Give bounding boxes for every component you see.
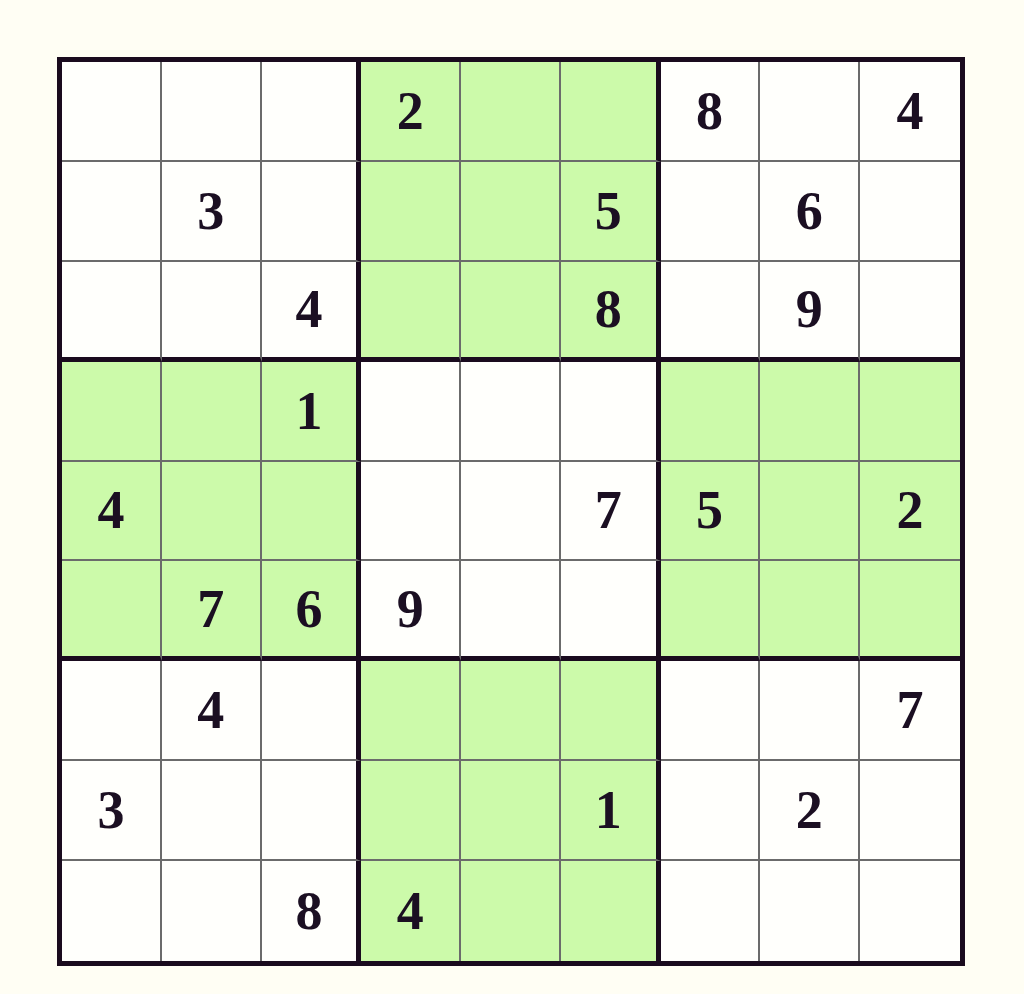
cell-r6c9[interactable] (860, 561, 960, 661)
cell-r8c8: 2 (760, 761, 860, 861)
cell-r9c7[interactable] (661, 861, 761, 961)
cell-r7c4[interactable] (361, 661, 461, 761)
cell-r7c5[interactable] (461, 661, 561, 761)
cell-r5c1: 4 (62, 462, 162, 562)
cell-r6c2: 7 (162, 561, 262, 661)
cell-r7c3[interactable] (262, 661, 362, 761)
cell-r4c4[interactable] (361, 362, 461, 462)
cell-r8c3[interactable] (262, 761, 362, 861)
cell-r9c6[interactable] (561, 861, 661, 961)
cell-r4c5[interactable] (461, 362, 561, 462)
cell-r3c9[interactable] (860, 262, 960, 362)
cell-r3c7[interactable] (661, 262, 761, 362)
cell-r8c5[interactable] (461, 761, 561, 861)
cell-r4c9[interactable] (860, 362, 960, 462)
cell-r9c8[interactable] (760, 861, 860, 961)
cell-r2c4[interactable] (361, 162, 461, 262)
cell-r7c9: 7 (860, 661, 960, 761)
cell-r2c2: 3 (162, 162, 262, 262)
cell-r6c7[interactable] (661, 561, 761, 661)
cell-r4c6[interactable] (561, 362, 661, 462)
cell-r7c6[interactable] (561, 661, 661, 761)
cell-r3c6: 8 (561, 262, 661, 362)
cell-r2c3[interactable] (262, 162, 362, 262)
cell-r4c1[interactable] (62, 362, 162, 462)
cell-r5c3[interactable] (262, 462, 362, 562)
cell-r7c8[interactable] (760, 661, 860, 761)
cell-r1c4: 2 (361, 62, 461, 162)
cell-r2c6: 5 (561, 162, 661, 262)
cell-r3c2[interactable] (162, 262, 262, 362)
cell-r5c7: 5 (661, 462, 761, 562)
cell-r1c1[interactable] (62, 62, 162, 162)
cell-r3c1[interactable] (62, 262, 162, 362)
cell-r2c5[interactable] (461, 162, 561, 262)
cell-r5c8[interactable] (760, 462, 860, 562)
cell-r8c2[interactable] (162, 761, 262, 861)
cell-r8c6: 1 (561, 761, 661, 861)
cell-r4c3: 1 (262, 362, 362, 462)
cell-r9c1[interactable] (62, 861, 162, 961)
cell-r7c1[interactable] (62, 661, 162, 761)
cell-r4c8[interactable] (760, 362, 860, 462)
cell-r5c5[interactable] (461, 462, 561, 562)
cell-r9c5[interactable] (461, 861, 561, 961)
cell-r6c8[interactable] (760, 561, 860, 661)
cell-r8c9[interactable] (860, 761, 960, 861)
cell-r5c2[interactable] (162, 462, 262, 562)
cell-r1c6[interactable] (561, 62, 661, 162)
cell-r6c6[interactable] (561, 561, 661, 661)
cell-r2c1[interactable] (62, 162, 162, 262)
cell-r8c7[interactable] (661, 761, 761, 861)
cell-r6c5[interactable] (461, 561, 561, 661)
cell-r1c7: 8 (661, 62, 761, 162)
cell-r3c5[interactable] (461, 262, 561, 362)
cell-r9c4: 4 (361, 861, 461, 961)
cell-r9c3: 8 (262, 861, 362, 961)
cell-r5c4[interactable] (361, 462, 461, 562)
cell-r1c9: 4 (860, 62, 960, 162)
cell-r1c3[interactable] (262, 62, 362, 162)
cell-r3c4[interactable] (361, 262, 461, 362)
cell-r3c3: 4 (262, 262, 362, 362)
cell-r6c4: 9 (361, 561, 461, 661)
cell-r2c7[interactable] (661, 162, 761, 262)
cell-r2c8: 6 (760, 162, 860, 262)
cell-r7c7[interactable] (661, 661, 761, 761)
cell-r3c8: 9 (760, 262, 860, 362)
cell-r2c9[interactable] (860, 162, 960, 262)
cell-r7c2: 4 (162, 661, 262, 761)
cell-r6c1[interactable] (62, 561, 162, 661)
cell-r1c5[interactable] (461, 62, 561, 162)
cell-r5c6: 7 (561, 462, 661, 562)
cell-r4c2[interactable] (162, 362, 262, 462)
cell-r4c7[interactable] (661, 362, 761, 462)
cell-r1c2[interactable] (162, 62, 262, 162)
cell-r8c4[interactable] (361, 761, 461, 861)
cell-r6c3: 6 (262, 561, 362, 661)
cell-r1c8[interactable] (760, 62, 860, 162)
cell-r9c9[interactable] (860, 861, 960, 961)
cell-r8c1: 3 (62, 761, 162, 861)
cell-r5c9: 2 (860, 462, 960, 562)
sudoku-board: 284356489147527694731284 (57, 57, 965, 966)
cell-r9c2[interactable] (162, 861, 262, 961)
